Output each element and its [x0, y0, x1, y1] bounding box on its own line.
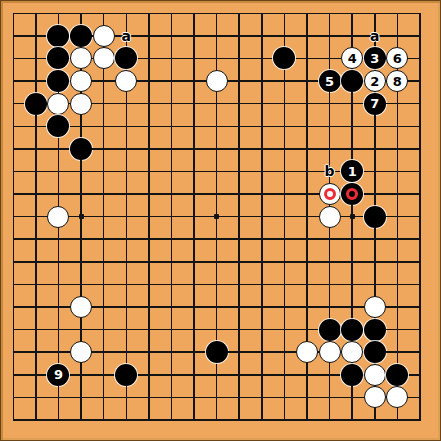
point-K15[interactable] — [205, 92, 228, 115]
point-A6[interactable] — [2, 296, 25, 319]
point-M6[interactable] — [251, 296, 274, 319]
point-R13[interactable] — [364, 138, 387, 161]
point-K3[interactable] — [205, 364, 228, 387]
point-D14[interactable] — [70, 115, 93, 138]
point-D17[interactable] — [70, 47, 93, 70]
point-O2[interactable] — [296, 386, 319, 409]
point-T17[interactable] — [409, 47, 432, 70]
point-E13[interactable] — [92, 138, 115, 161]
point-N17[interactable] — [273, 47, 296, 70]
point-T19[interactable] — [409, 2, 432, 25]
point-C6[interactable] — [47, 296, 70, 319]
point-B2[interactable] — [25, 386, 48, 409]
point-K17[interactable] — [205, 47, 228, 70]
point-L1[interactable] — [228, 409, 251, 432]
point-P9[interactable] — [318, 228, 341, 251]
point-C1[interactable] — [47, 409, 70, 432]
point-A16[interactable] — [2, 70, 25, 93]
point-T8[interactable] — [409, 251, 432, 274]
point-H2[interactable] — [160, 386, 183, 409]
point-B18[interactable] — [25, 25, 48, 48]
point-J19[interactable] — [183, 2, 206, 25]
point-D13[interactable] — [70, 138, 93, 161]
point-B14[interactable] — [25, 115, 48, 138]
point-Q12[interactable]: 1 — [341, 160, 364, 183]
point-N12[interactable] — [273, 160, 296, 183]
point-O4[interactable] — [296, 341, 319, 364]
point-Q17[interactable]: 4 — [341, 47, 364, 70]
point-A4[interactable] — [2, 341, 25, 364]
point-C8[interactable] — [47, 251, 70, 274]
point-D3[interactable] — [70, 364, 93, 387]
white-stone[interactable] — [70, 47, 92, 69]
point-O3[interactable] — [296, 364, 319, 387]
point-H11[interactable] — [160, 183, 183, 206]
point-P4[interactable] — [318, 341, 341, 364]
point-P12[interactable]: b — [318, 160, 341, 183]
point-O15[interactable] — [296, 92, 319, 115]
point-A2[interactable] — [2, 386, 25, 409]
point-T5[interactable] — [409, 318, 432, 341]
point-B8[interactable] — [25, 251, 48, 274]
point-H16[interactable] — [160, 70, 183, 93]
point-D8[interactable] — [70, 251, 93, 274]
point-Q16[interactable] — [341, 70, 364, 93]
point-C18[interactable] — [47, 25, 70, 48]
point-E2[interactable] — [92, 386, 115, 409]
point-M16[interactable] — [251, 70, 274, 93]
point-L8[interactable] — [228, 251, 251, 274]
point-E6[interactable] — [92, 296, 115, 319]
point-F19[interactable] — [115, 2, 138, 25]
point-N7[interactable] — [273, 273, 296, 296]
point-M7[interactable] — [251, 273, 274, 296]
point-R6[interactable] — [364, 296, 387, 319]
point-R4[interactable] — [364, 341, 387, 364]
black-stone[interactable] — [70, 25, 92, 47]
point-P7[interactable] — [318, 273, 341, 296]
point-H1[interactable] — [160, 409, 183, 432]
point-P15[interactable] — [318, 92, 341, 115]
point-L19[interactable] — [228, 2, 251, 25]
point-B17[interactable] — [25, 47, 48, 70]
point-N8[interactable] — [273, 251, 296, 274]
point-O1[interactable] — [296, 409, 319, 432]
point-T16[interactable] — [409, 70, 432, 93]
point-C5[interactable] — [47, 318, 70, 341]
point-P17[interactable] — [318, 47, 341, 70]
black-stone[interactable] — [25, 93, 47, 115]
point-H15[interactable] — [160, 92, 183, 115]
point-T7[interactable] — [409, 273, 432, 296]
point-P1[interactable] — [318, 409, 341, 432]
point-C13[interactable] — [47, 138, 70, 161]
point-F1[interactable] — [115, 409, 138, 432]
point-G13[interactable] — [138, 138, 161, 161]
point-E9[interactable] — [92, 228, 115, 251]
point-K10[interactable] — [205, 205, 228, 228]
point-P18[interactable] — [318, 25, 341, 48]
point-N19[interactable] — [273, 2, 296, 25]
point-T3[interactable] — [409, 364, 432, 387]
white-stone[interactable] — [47, 206, 69, 228]
point-B7[interactable] — [25, 273, 48, 296]
point-H3[interactable] — [160, 364, 183, 387]
white-stone[interactable] — [386, 386, 408, 408]
point-F15[interactable] — [115, 92, 138, 115]
point-F11[interactable] — [115, 183, 138, 206]
point-E16[interactable] — [92, 70, 115, 93]
point-R15[interactable]: 7 — [364, 92, 387, 115]
point-S7[interactable] — [386, 273, 409, 296]
point-Q9[interactable] — [341, 228, 364, 251]
point-O5[interactable] — [296, 318, 319, 341]
point-E18[interactable] — [92, 25, 115, 48]
point-O12[interactable] — [296, 160, 319, 183]
point-H5[interactable] — [160, 318, 183, 341]
point-S15[interactable] — [386, 92, 409, 115]
point-J18[interactable] — [183, 25, 206, 48]
point-Q19[interactable] — [341, 2, 364, 25]
point-B4[interactable] — [25, 341, 48, 364]
point-L17[interactable] — [228, 47, 251, 70]
black-stone[interactable] — [273, 47, 295, 69]
point-L13[interactable] — [228, 138, 251, 161]
point-J10[interactable] — [183, 205, 206, 228]
white-stone[interactable] — [115, 70, 137, 92]
white-stone[interactable] — [364, 296, 386, 318]
point-C10[interactable] — [47, 205, 70, 228]
point-D10[interactable] — [70, 205, 93, 228]
point-J16[interactable] — [183, 70, 206, 93]
point-N14[interactable] — [273, 115, 296, 138]
point-R18[interactable]: a — [364, 25, 387, 48]
point-M9[interactable] — [251, 228, 274, 251]
black-stone[interactable] — [115, 364, 137, 386]
point-D5[interactable] — [70, 318, 93, 341]
point-O14[interactable] — [296, 115, 319, 138]
point-K9[interactable] — [205, 228, 228, 251]
point-G16[interactable] — [138, 70, 161, 93]
point-G3[interactable] — [138, 364, 161, 387]
point-K1[interactable] — [205, 409, 228, 432]
point-F10[interactable] — [115, 205, 138, 228]
point-B12[interactable] — [25, 160, 48, 183]
point-H13[interactable] — [160, 138, 183, 161]
point-R9[interactable] — [364, 228, 387, 251]
point-D12[interactable] — [70, 160, 93, 183]
point-F8[interactable] — [115, 251, 138, 274]
point-Q4[interactable] — [341, 341, 364, 364]
point-J2[interactable] — [183, 386, 206, 409]
point-L9[interactable] — [228, 228, 251, 251]
point-P14[interactable] — [318, 115, 341, 138]
point-K6[interactable] — [205, 296, 228, 319]
point-D6[interactable] — [70, 296, 93, 319]
black-stone[interactable] — [341, 364, 363, 386]
point-N3[interactable] — [273, 364, 296, 387]
point-S3[interactable] — [386, 364, 409, 387]
point-M18[interactable] — [251, 25, 274, 48]
white-stone[interactable] — [319, 183, 341, 205]
point-H6[interactable] — [160, 296, 183, 319]
point-H18[interactable] — [160, 25, 183, 48]
point-M11[interactable] — [251, 183, 274, 206]
point-F14[interactable] — [115, 115, 138, 138]
point-O11[interactable] — [296, 183, 319, 206]
point-N15[interactable] — [273, 92, 296, 115]
point-P16[interactable]: 5 — [318, 70, 341, 93]
point-C3[interactable]: 9 — [47, 364, 70, 387]
point-M10[interactable] — [251, 205, 274, 228]
point-C15[interactable] — [47, 92, 70, 115]
point-N11[interactable] — [273, 183, 296, 206]
point-J9[interactable] — [183, 228, 206, 251]
point-K14[interactable] — [205, 115, 228, 138]
point-T1[interactable] — [409, 409, 432, 432]
point-A18[interactable] — [2, 25, 25, 48]
point-Q6[interactable] — [341, 296, 364, 319]
black-stone[interactable] — [47, 47, 69, 69]
point-K5[interactable] — [205, 318, 228, 341]
point-T11[interactable] — [409, 183, 432, 206]
point-L5[interactable] — [228, 318, 251, 341]
point-S10[interactable] — [386, 205, 409, 228]
point-E15[interactable] — [92, 92, 115, 115]
point-E4[interactable] — [92, 341, 115, 364]
black-stone[interactable]: 5 — [319, 70, 341, 92]
point-G4[interactable] — [138, 341, 161, 364]
point-J11[interactable] — [183, 183, 206, 206]
point-Q15[interactable] — [341, 92, 364, 115]
white-stone[interactable]: 2 — [364, 70, 386, 92]
black-stone[interactable] — [319, 319, 341, 341]
point-A11[interactable] — [2, 183, 25, 206]
white-stone[interactable] — [70, 341, 92, 363]
white-stone[interactable] — [364, 386, 386, 408]
point-Q13[interactable] — [341, 138, 364, 161]
point-H12[interactable] — [160, 160, 183, 183]
point-L3[interactable] — [228, 364, 251, 387]
point-Q5[interactable] — [341, 318, 364, 341]
point-Q8[interactable] — [341, 251, 364, 274]
point-N4[interactable] — [273, 341, 296, 364]
point-K8[interactable] — [205, 251, 228, 274]
point-P19[interactable] — [318, 2, 341, 25]
point-O8[interactable] — [296, 251, 319, 274]
point-D7[interactable] — [70, 273, 93, 296]
point-J5[interactable] — [183, 318, 206, 341]
point-C7[interactable] — [47, 273, 70, 296]
point-A12[interactable] — [2, 160, 25, 183]
point-B3[interactable] — [25, 364, 48, 387]
point-P5[interactable] — [318, 318, 341, 341]
point-R10[interactable] — [364, 205, 387, 228]
point-Q1[interactable] — [341, 409, 364, 432]
point-G19[interactable] — [138, 2, 161, 25]
point-M12[interactable] — [251, 160, 274, 183]
point-G1[interactable] — [138, 409, 161, 432]
point-A19[interactable] — [2, 2, 25, 25]
point-G11[interactable] — [138, 183, 161, 206]
point-F18[interactable]: a — [115, 25, 138, 48]
point-A5[interactable] — [2, 318, 25, 341]
point-J8[interactable] — [183, 251, 206, 274]
point-P3[interactable] — [318, 364, 341, 387]
point-M17[interactable] — [251, 47, 274, 70]
point-E11[interactable] — [92, 183, 115, 206]
point-R14[interactable] — [364, 115, 387, 138]
point-J3[interactable] — [183, 364, 206, 387]
point-A15[interactable] — [2, 92, 25, 115]
point-B6[interactable] — [25, 296, 48, 319]
point-C19[interactable] — [47, 2, 70, 25]
point-P10[interactable] — [318, 205, 341, 228]
black-stone[interactable] — [70, 138, 92, 160]
point-O6[interactable] — [296, 296, 319, 319]
point-G15[interactable] — [138, 92, 161, 115]
point-E5[interactable] — [92, 318, 115, 341]
black-stone[interactable] — [47, 25, 69, 47]
point-Q3[interactable] — [341, 364, 364, 387]
point-F12[interactable] — [115, 160, 138, 183]
black-stone[interactable]: 9 — [47, 364, 69, 386]
point-A13[interactable] — [2, 138, 25, 161]
white-stone[interactable]: 4 — [341, 47, 363, 69]
point-A3[interactable] — [2, 364, 25, 387]
point-L7[interactable] — [228, 273, 251, 296]
point-S9[interactable] — [386, 228, 409, 251]
point-O13[interactable] — [296, 138, 319, 161]
point-F13[interactable] — [115, 138, 138, 161]
point-G7[interactable] — [138, 273, 161, 296]
point-N18[interactable] — [273, 25, 296, 48]
point-G5[interactable] — [138, 318, 161, 341]
point-M2[interactable] — [251, 386, 274, 409]
point-D16[interactable] — [70, 70, 93, 93]
point-N10[interactable] — [273, 205, 296, 228]
point-L16[interactable] — [228, 70, 251, 93]
point-O19[interactable] — [296, 2, 319, 25]
point-S16[interactable]: 8 — [386, 70, 409, 93]
white-stone[interactable] — [70, 93, 92, 115]
point-L15[interactable] — [228, 92, 251, 115]
point-M1[interactable] — [251, 409, 274, 432]
point-R8[interactable] — [364, 251, 387, 274]
point-A1[interactable] — [2, 409, 25, 432]
point-R1[interactable] — [364, 409, 387, 432]
point-C17[interactable] — [47, 47, 70, 70]
point-D18[interactable] — [70, 25, 93, 48]
black-stone[interactable] — [364, 319, 386, 341]
point-B15[interactable] — [25, 92, 48, 115]
point-E10[interactable] — [92, 205, 115, 228]
point-C4[interactable] — [47, 341, 70, 364]
point-E12[interactable] — [92, 160, 115, 183]
point-Q2[interactable] — [341, 386, 364, 409]
point-S19[interactable] — [386, 2, 409, 25]
point-F6[interactable] — [115, 296, 138, 319]
point-D4[interactable] — [70, 341, 93, 364]
white-stone[interactable]: 8 — [386, 70, 408, 92]
point-N1[interactable] — [273, 409, 296, 432]
point-T10[interactable] — [409, 205, 432, 228]
point-T15[interactable] — [409, 92, 432, 115]
black-stone[interactable] — [364, 341, 386, 363]
point-R16[interactable]: 2 — [364, 70, 387, 93]
point-H10[interactable] — [160, 205, 183, 228]
point-R7[interactable] — [364, 273, 387, 296]
point-J12[interactable] — [183, 160, 206, 183]
point-N9[interactable] — [273, 228, 296, 251]
white-stone[interactable] — [319, 341, 341, 363]
point-L2[interactable] — [228, 386, 251, 409]
point-S11[interactable] — [386, 183, 409, 206]
point-H4[interactable] — [160, 341, 183, 364]
point-F4[interactable] — [115, 341, 138, 364]
point-S1[interactable] — [386, 409, 409, 432]
point-S5[interactable] — [386, 318, 409, 341]
point-G18[interactable] — [138, 25, 161, 48]
point-A14[interactable] — [2, 115, 25, 138]
white-stone[interactable] — [93, 47, 115, 69]
point-P8[interactable] — [318, 251, 341, 274]
point-C12[interactable] — [47, 160, 70, 183]
point-K18[interactable] — [205, 25, 228, 48]
point-K13[interactable] — [205, 138, 228, 161]
point-H8[interactable] — [160, 251, 183, 274]
point-G12[interactable] — [138, 160, 161, 183]
point-F9[interactable] — [115, 228, 138, 251]
point-M19[interactable] — [251, 2, 274, 25]
point-O18[interactable] — [296, 25, 319, 48]
point-M13[interactable] — [251, 138, 274, 161]
black-stone[interactable] — [206, 341, 228, 363]
point-R11[interactable] — [364, 183, 387, 206]
point-Q10[interactable] — [341, 205, 364, 228]
point-K7[interactable] — [205, 273, 228, 296]
point-T6[interactable] — [409, 296, 432, 319]
black-stone[interactable] — [115, 47, 137, 69]
white-stone[interactable] — [341, 341, 363, 363]
point-T18[interactable] — [409, 25, 432, 48]
point-E1[interactable] — [92, 409, 115, 432]
point-R19[interactable] — [364, 2, 387, 25]
point-B11[interactable] — [25, 183, 48, 206]
white-stone[interactable] — [93, 25, 115, 47]
point-S17[interactable]: 6 — [386, 47, 409, 70]
point-J1[interactable] — [183, 409, 206, 432]
point-L6[interactable] — [228, 296, 251, 319]
point-P6[interactable] — [318, 296, 341, 319]
point-K2[interactable] — [205, 386, 228, 409]
point-S12[interactable] — [386, 160, 409, 183]
point-C11[interactable] — [47, 183, 70, 206]
point-R2[interactable] — [364, 386, 387, 409]
point-K12[interactable] — [205, 160, 228, 183]
point-F2[interactable] — [115, 386, 138, 409]
point-O16[interactable] — [296, 70, 319, 93]
point-R5[interactable] — [364, 318, 387, 341]
point-H7[interactable] — [160, 273, 183, 296]
point-C14[interactable] — [47, 115, 70, 138]
point-K4[interactable] — [205, 341, 228, 364]
point-K19[interactable] — [205, 2, 228, 25]
point-T4[interactable] — [409, 341, 432, 364]
point-H17[interactable] — [160, 47, 183, 70]
point-G17[interactable] — [138, 47, 161, 70]
point-C9[interactable] — [47, 228, 70, 251]
